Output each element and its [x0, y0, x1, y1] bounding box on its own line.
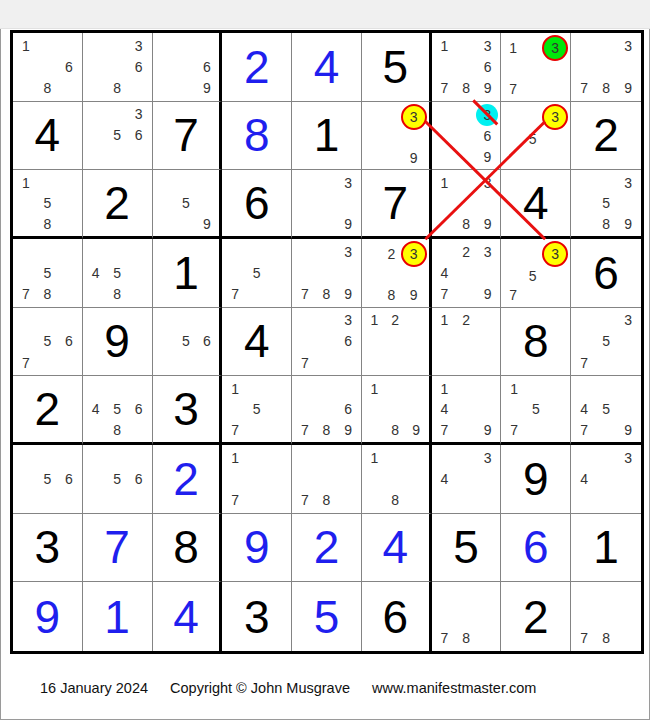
cell-r9c8[interactable]: 2 [501, 582, 571, 651]
cell-r3c4[interactable]: 6 [222, 170, 292, 239]
candidate-7: 7 [503, 80, 522, 99]
given-digit: 3 [244, 594, 270, 640]
pencil-marks: 57 [222, 239, 291, 307]
pencil-marks: 458 [83, 239, 152, 307]
cell-r5c4[interactable]: 4 [222, 308, 292, 377]
candidate-6: 6 [196, 331, 217, 352]
candidate-7: 7 [573, 352, 595, 373]
candidate-8: 8 [455, 77, 477, 98]
pencil-marks: 69 [153, 33, 220, 101]
pencil-marks: 3589 [571, 170, 641, 236]
candidate-9: 9 [617, 419, 639, 440]
candidate-4: 4 [85, 262, 107, 283]
candidate-6: 6 [58, 56, 80, 77]
candidate-1: 1 [434, 35, 456, 56]
candidate-9: 9 [337, 419, 359, 440]
cell-r1c3[interactable]: 69 [153, 33, 223, 102]
candidate-1: 1 [434, 378, 456, 399]
pencil-marks: 3789 [292, 239, 361, 307]
candidate-5: 5 [525, 399, 547, 420]
candidate-9: 9 [477, 77, 499, 98]
cell-r6c6[interactable]: 189 [362, 376, 432, 445]
candidate-5: 5 [246, 262, 268, 283]
solved-digit: 1 [104, 594, 130, 640]
footer-date: 16 January 2024 [40, 680, 148, 696]
solved-digit: 2 [314, 524, 340, 570]
cell-r8c5[interactable]: 2 [292, 514, 362, 583]
candidate-3: 3 [617, 172, 639, 193]
cell-r8c8[interactable]: 6 [501, 514, 571, 583]
given-digit: 8 [523, 318, 549, 364]
pencil-marks: 158 [13, 170, 82, 236]
footer-website: www.manifestmaster.com [372, 680, 536, 696]
candidate-8: 8 [455, 213, 477, 234]
candidate-8: 8 [316, 283, 338, 304]
candidate-3: 3 [477, 35, 499, 56]
given-digit: 9 [523, 456, 549, 502]
pencil-marks: 4579 [571, 376, 641, 442]
cell-r9c9[interactable]: 78 [571, 582, 641, 651]
cell-r1c1[interactable]: 168 [13, 33, 83, 102]
cell-r3c5[interactable]: 39 [292, 170, 362, 239]
cell-r8c3[interactable]: 8 [153, 514, 223, 583]
candidate-7: 7 [503, 419, 525, 440]
solved-digit: 4 [382, 524, 408, 570]
cell-r9c4[interactable]: 3 [222, 582, 292, 651]
candidate-6: 6 [128, 399, 150, 420]
green-circled-candidate: 3 [542, 35, 568, 61]
solved-digit: 2 [244, 44, 270, 90]
given-digit: 2 [593, 112, 619, 158]
candidate-1: 1 [224, 378, 246, 399]
candidate-3: 3 [401, 104, 427, 130]
pencil-marks: 567 [13, 308, 82, 376]
given-digit: 6 [382, 594, 408, 640]
cell-r3c3[interactable]: 59 [153, 170, 223, 239]
pencil-marks: 23479 [432, 239, 501, 307]
solved-digit: 4 [173, 594, 199, 640]
candidate-5: 5 [175, 193, 196, 214]
candidate-1: 1 [503, 35, 522, 61]
cell-r7c3[interactable]: 2 [153, 445, 223, 514]
candidate-5: 5 [523, 267, 542, 286]
cell-r4c5[interactable]: 3789 [292, 239, 362, 308]
candidate-5: 5 [37, 331, 59, 352]
cell-r9c1[interactable]: 9 [13, 582, 83, 651]
given-digit: 9 [104, 318, 130, 364]
candidate-5: 5 [175, 331, 196, 352]
cell-r8c9[interactable]: 1 [571, 514, 641, 583]
candidate-9: 9 [401, 286, 427, 305]
candidate-7: 7 [573, 419, 595, 440]
candidate-7: 7 [434, 77, 456, 98]
candidate-7: 7 [15, 352, 37, 373]
pencil-marks: 6789 [292, 376, 361, 442]
cell-r9c6[interactable]: 6 [362, 582, 432, 651]
pencil-marks: 78 [571, 582, 641, 651]
cell-r1c8[interactable]: 137 [501, 33, 571, 102]
cell-r9c5[interactable]: 5 [292, 582, 362, 651]
cell-r3c9[interactable]: 3589 [571, 170, 641, 239]
pencil-marks: 2389 [362, 239, 429, 307]
pencil-marks: 12 [432, 308, 501, 376]
cell-r6c2[interactable]: 4568 [83, 376, 153, 445]
cell-r8c6[interactable]: 4 [362, 514, 432, 583]
candidate-5: 5 [106, 468, 128, 489]
solved-digit: 8 [244, 112, 270, 158]
given-digit: 2 [35, 386, 61, 432]
candidate-8: 8 [37, 77, 59, 98]
pencil-marks: 369 [432, 102, 501, 170]
pencil-marks: 367 [292, 308, 361, 376]
cell-r2c1[interactable]: 4 [13, 102, 83, 171]
candidate-7: 7 [573, 627, 595, 649]
cell-r6c8[interactable]: 157 [501, 376, 571, 445]
pencil-marks: 12 [362, 308, 429, 376]
candidate-6: 6 [58, 468, 80, 489]
candidate-3: 3 [337, 172, 359, 193]
cell-r6c9[interactable]: 4579 [571, 376, 641, 445]
candidate-8: 8 [595, 213, 617, 234]
candidate-9: 9 [337, 283, 359, 304]
eliminated-candidate: 3 [476, 104, 498, 126]
candidate-3: 3 [477, 447, 499, 468]
cell-r6c5[interactable]: 6789 [292, 376, 362, 445]
given-digit: 3 [173, 386, 199, 432]
candidate-8: 8 [106, 419, 128, 440]
given-digit: 3 [35, 524, 61, 570]
given-digit: 6 [593, 250, 619, 296]
cell-r7c4[interactable]: 17 [222, 445, 292, 514]
solved-digit: 2 [173, 456, 199, 502]
candidate-3: 3 [542, 241, 568, 267]
cell-r7c1[interactable]: 56 [13, 445, 83, 514]
cell-r5c3[interactable]: 56 [153, 308, 223, 377]
candidate-8: 8 [455, 627, 477, 649]
candidate-6: 6 [337, 331, 359, 352]
pencil-marks: 34 [432, 445, 501, 513]
cell-r2c2[interactable]: 356 [83, 102, 153, 171]
candidate-9: 9 [196, 77, 217, 98]
pencil-marks: 59 [153, 170, 220, 236]
candidate-6: 6 [196, 56, 217, 77]
given-digit: 2 [104, 180, 130, 226]
candidate-8: 8 [595, 77, 617, 98]
candidate-3: 3 [477, 172, 499, 193]
cell-r9c7[interactable]: 78 [432, 582, 502, 651]
candidate-5: 5 [106, 125, 128, 146]
candidate-4: 4 [434, 468, 456, 489]
candidate-2: 2 [382, 241, 400, 267]
given-digit: 4 [523, 180, 549, 226]
cell-r8c7[interactable]: 5 [432, 514, 502, 583]
candidate-7: 7 [503, 286, 522, 305]
candidate-6: 6 [128, 125, 150, 146]
given-digit: 5 [453, 524, 479, 570]
cell-r7c8[interactable]: 9 [501, 445, 571, 514]
pencil-marks: 35 [501, 102, 570, 170]
solved-digit: 6 [523, 524, 549, 570]
pencil-marks: 357 [571, 308, 641, 376]
pencil-marks: 157 [222, 376, 291, 442]
given-digit: 7 [173, 112, 199, 158]
candidate-7: 7 [224, 283, 246, 304]
candidate-5: 5 [37, 193, 59, 214]
candidate-7: 7 [434, 627, 456, 649]
solved-digit: 4 [314, 44, 340, 90]
given-digit: 4 [244, 318, 270, 364]
candidate-7: 7 [294, 352, 316, 373]
cell-r3c6[interactable]: 7 [362, 170, 432, 239]
candidate-4: 4 [573, 399, 595, 420]
pencil-marks: 357 [501, 239, 570, 307]
pencil-marks: 356 [83, 102, 152, 170]
pencil-marks: 4568 [83, 376, 152, 442]
candidate-7: 7 [434, 283, 456, 304]
candidate-6: 6 [477, 56, 499, 77]
candidate-5: 5 [595, 399, 617, 420]
candidate-8: 8 [316, 419, 338, 440]
yellow-circled-candidate: 3 [542, 241, 568, 267]
candidate-4: 4 [434, 262, 456, 283]
cell-r8c4[interactable]: 9 [222, 514, 292, 583]
candidate-7: 7 [294, 419, 316, 440]
candidate-1: 1 [364, 310, 385, 331]
cell-r6c4[interactable]: 157 [222, 376, 292, 445]
cell-r1c6[interactable]: 5 [362, 33, 432, 102]
candidate-1: 1 [434, 172, 456, 193]
solved-digit: 9 [35, 594, 61, 640]
cell-r4c6[interactable]: 2389 [362, 239, 432, 308]
candidate-1: 1 [15, 172, 37, 193]
candidate-6: 6 [128, 468, 150, 489]
cell-r5c5[interactable]: 367 [292, 308, 362, 377]
pencil-marks: 136789 [432, 33, 501, 101]
pencil-marks: 17 [222, 445, 291, 513]
pencil-marks: 39 [362, 102, 429, 170]
footer-copyright: Copyright © John Musgrave [170, 680, 350, 696]
cell-r2c7[interactable]: 369 [432, 102, 502, 171]
yellow-circled-candidate: 3 [542, 104, 568, 130]
candidate-6: 6 [128, 56, 150, 77]
candidate-1: 1 [503, 378, 525, 399]
candidate-3: 3 [542, 104, 568, 130]
cell-r2c6[interactable]: 39 [362, 102, 432, 171]
candidate-8: 8 [37, 213, 59, 234]
candidate-3: 3 [477, 241, 499, 262]
candidate-6: 6 [58, 331, 80, 352]
cell-r5c1[interactable]: 567 [13, 308, 83, 377]
candidate-5: 5 [106, 262, 128, 283]
candidate-7: 7 [294, 283, 316, 304]
candidate-9: 9 [337, 213, 359, 234]
candidate-5: 5 [523, 130, 542, 149]
pencil-marks: 1389 [432, 170, 501, 236]
candidate-7: 7 [573, 77, 595, 98]
candidate-1: 1 [364, 447, 385, 468]
candidate-1: 1 [15, 35, 37, 56]
cell-r5c2[interactable]: 9 [83, 308, 153, 377]
cell-r7c6[interactable]: 18 [362, 445, 432, 514]
yellow-circled-candidate: 3 [401, 104, 427, 130]
cell-r1c4[interactable]: 2 [222, 33, 292, 102]
cell-r7c5[interactable]: 78 [292, 445, 362, 514]
cell-r3c8[interactable]: 4 [501, 170, 571, 239]
solved-digit: 7 [104, 524, 130, 570]
cell-r1c9[interactable]: 3789 [571, 33, 641, 102]
pencil-marks: 578 [13, 239, 82, 307]
candidate-3: 3 [542, 35, 568, 61]
cell-r3c2[interactable]: 2 [83, 170, 153, 239]
cell-r6c3[interactable]: 3 [153, 376, 223, 445]
candidate-5: 5 [246, 399, 268, 420]
cell-r1c7[interactable]: 136789 [432, 33, 502, 102]
pencil-marks: 78 [432, 582, 501, 651]
solved-digit: 9 [244, 524, 270, 570]
candidate-4: 4 [434, 399, 456, 420]
pencil-marks: 1479 [432, 376, 501, 442]
pencil-marks: 168 [13, 33, 82, 101]
candidate-5: 5 [37, 262, 59, 283]
given-digit: 5 [382, 44, 408, 90]
candidate-3: 3 [337, 310, 359, 331]
candidate-9: 9 [477, 213, 499, 234]
candidate-5: 5 [106, 399, 128, 420]
candidate-7: 7 [224, 419, 246, 440]
yellow-circled-candidate: 3 [401, 241, 427, 267]
footer: 16 January 2024 Copyright © John Musgrav… [0, 676, 650, 700]
candidate-7: 7 [434, 419, 456, 440]
pencil-marks: 189 [362, 376, 429, 442]
cell-r4c7[interactable]: 23479 [432, 239, 502, 308]
given-digit: 1 [593, 524, 619, 570]
candidate-8: 8 [316, 489, 338, 510]
candidate-3: 3 [617, 447, 639, 468]
candidate-8: 8 [385, 419, 406, 440]
given-digit: 8 [173, 524, 199, 570]
candidate-3: 3 [337, 241, 359, 262]
cell-r4c3[interactable]: 1 [153, 239, 223, 308]
cell-r4c2[interactable]: 458 [83, 239, 153, 308]
candidate-9: 9 [401, 148, 427, 167]
candidate-8: 8 [106, 283, 128, 304]
pencil-marks: 137 [501, 33, 570, 101]
cell-r7c9[interactable]: 34 [571, 445, 641, 514]
candidate-8: 8 [106, 77, 128, 98]
cell-r3c1[interactable]: 158 [13, 170, 83, 239]
candidate-9: 9 [476, 146, 498, 167]
cell-r7c2[interactable]: 56 [83, 445, 153, 514]
pencil-marks: 56 [153, 308, 220, 376]
cell-r5c6[interactable]: 12 [362, 308, 432, 377]
candidate-1: 1 [364, 378, 385, 399]
candidate-6: 6 [337, 399, 359, 420]
pencil-marks: 56 [83, 445, 152, 513]
candidate-8: 8 [37, 283, 59, 304]
candidate-3: 3 [128, 104, 150, 125]
cell-r5c7[interactable]: 12 [432, 308, 502, 377]
candidate-1: 1 [224, 447, 246, 468]
candidate-9: 9 [196, 213, 217, 234]
pencil-marks: 368 [83, 33, 152, 101]
candidate-8: 8 [382, 286, 400, 305]
pencil-marks: 39 [292, 170, 361, 236]
given-digit: 7 [382, 180, 408, 226]
candidate-2: 2 [455, 310, 477, 331]
candidate-5: 5 [595, 193, 617, 214]
cell-r3c7[interactable]: 1389 [432, 170, 502, 239]
given-digit: 1 [173, 250, 199, 296]
candidate-2: 2 [455, 241, 477, 262]
candidate-6: 6 [476, 126, 498, 147]
cell-r5c9[interactable]: 357 [571, 308, 641, 377]
cell-r2c9[interactable]: 2 [571, 102, 641, 171]
cell-r8c1[interactable]: 3 [13, 514, 83, 583]
cell-r6c7[interactable]: 1479 [432, 376, 502, 445]
cell-r4c1[interactable]: 578 [13, 239, 83, 308]
candidate-2: 2 [385, 310, 406, 331]
candidate-9: 9 [477, 419, 499, 440]
cell-r8c2[interactable]: 7 [83, 514, 153, 583]
candidate-1: 1 [434, 310, 456, 331]
candidate-5: 5 [595, 331, 617, 352]
solved-digit: 5 [314, 594, 340, 640]
candidate-7: 7 [15, 283, 37, 304]
candidate-9: 9 [406, 419, 427, 440]
page-header-strip [0, 0, 650, 29]
cell-r9c3[interactable]: 4 [153, 582, 223, 651]
given-digit: 6 [244, 180, 270, 226]
sudoku-board: 1683686924513678913737894356781393693521… [10, 30, 644, 654]
candidate-3: 3 [617, 35, 639, 56]
candidate-3: 3 [617, 310, 639, 331]
cell-r1c5[interactable]: 4 [292, 33, 362, 102]
pencil-marks: 157 [501, 376, 570, 442]
given-digit: 1 [314, 112, 340, 158]
cell-r5c8[interactable]: 8 [501, 308, 571, 377]
pencil-marks: 56 [13, 445, 82, 513]
cell-r2c8[interactable]: 35 [501, 102, 571, 171]
candidate-4: 4 [85, 399, 107, 420]
pencil-marks: 18 [362, 445, 429, 513]
candidate-4: 4 [573, 468, 595, 489]
candidate-7: 7 [224, 489, 246, 510]
candidate-8: 8 [595, 627, 617, 649]
cell-r7c7[interactable]: 34 [432, 445, 502, 514]
cell-r4c4[interactable]: 57 [222, 239, 292, 308]
candidate-3: 3 [476, 104, 498, 126]
candidate-9: 9 [617, 77, 639, 98]
cell-r2c3[interactable]: 7 [153, 102, 223, 171]
cell-r4c9[interactable]: 6 [571, 239, 641, 308]
candidate-5: 5 [37, 468, 59, 489]
cell-r2c5[interactable]: 1 [292, 102, 362, 171]
cell-r2c4[interactable]: 8 [222, 102, 292, 171]
cell-r1c2[interactable]: 368 [83, 33, 153, 102]
pencil-marks: 34 [571, 445, 641, 513]
pencil-marks: 3789 [571, 33, 641, 101]
candidate-3: 3 [401, 241, 427, 267]
cell-r4c8[interactable]: 357 [501, 239, 571, 308]
cell-r9c2[interactable]: 1 [83, 582, 153, 651]
cell-r6c1[interactable]: 2 [13, 376, 83, 445]
candidate-3: 3 [128, 35, 150, 56]
pencil-marks: 78 [292, 445, 361, 513]
candidate-9: 9 [617, 213, 639, 234]
candidate-9: 9 [477, 283, 499, 304]
sudoku-page: { "game": "sudoku", "technique_note": "c… [0, 0, 650, 720]
given-digit: 4 [35, 112, 61, 158]
